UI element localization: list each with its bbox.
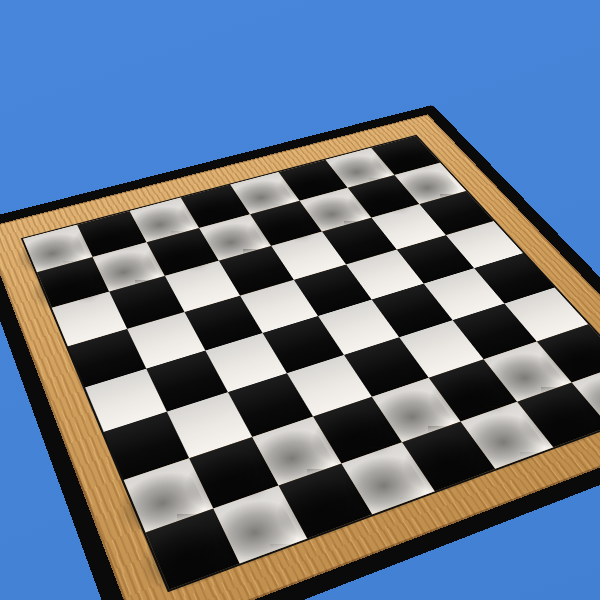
square-a1[interactable]: ♜ bbox=[146, 509, 240, 590]
chess-board: ♜♞♝♛♚♝♞♜♟♟♟♟♟♟♟♟♟♟♟♟♟♟♟♟♜♞♝♛♚♝♞♜ bbox=[0, 105, 600, 600]
chess-scene: ♜♞♝♛♚♝♞♜♟♟♟♟♟♟♟♟♟♟♟♟♟♟♟♟♜♞♝♛♚♝♞♜ bbox=[0, 0, 600, 600]
square-d6[interactable] bbox=[219, 246, 294, 296]
square-g4[interactable] bbox=[424, 268, 505, 320]
board-squares: ♜♞♝♛♚♝♞♜♟♟♟♟♟♟♟♟♟♟♟♟♟♟♟♟♜♞♝♛♚♝♞♜ bbox=[23, 136, 600, 589]
board-wood-frame: ♜♞♝♛♚♝♞♜♟♟♟♟♟♟♟♟♟♟♟♟♟♟♟♟♜♞♝♛♚♝♞♜ bbox=[0, 114, 600, 600]
